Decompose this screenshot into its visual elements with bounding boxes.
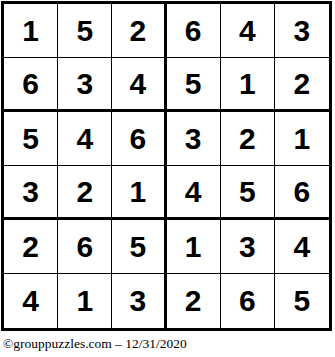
cell-r1c1: 1: [4, 4, 58, 58]
cell-r3c6: 1: [275, 112, 329, 166]
cell-r1c3: 2: [112, 4, 166, 58]
sudoku-board: 152643634512546321321456265134413265: [1, 1, 332, 331]
puzzle-page: 152643634512546321321456265134413265 ©gr…: [0, 0, 335, 357]
cell-r4c3: 1: [112, 166, 166, 220]
cell-r5c6: 4: [275, 220, 329, 274]
cell-r6c5: 6: [221, 274, 275, 328]
cell-r6c1: 4: [4, 274, 58, 328]
cell-r4c2: 2: [58, 166, 112, 220]
cell-r5c4: 1: [167, 220, 221, 274]
cell-r1c5: 4: [221, 4, 275, 58]
cell-r3c1: 5: [4, 112, 58, 166]
cell-r2c2: 3: [58, 58, 112, 112]
cell-r1c6: 3: [275, 4, 329, 58]
cell-r4c5: 5: [221, 166, 275, 220]
cell-r3c3: 6: [112, 112, 166, 166]
cell-r2c6: 2: [275, 58, 329, 112]
cell-r1c4: 6: [167, 4, 221, 58]
cell-r5c3: 5: [112, 220, 166, 274]
cell-r6c2: 1: [58, 274, 112, 328]
cell-r3c5: 2: [221, 112, 275, 166]
cell-r6c6: 5: [275, 274, 329, 328]
cell-r4c1: 3: [4, 166, 58, 220]
cell-r5c2: 6: [58, 220, 112, 274]
cell-r6c3: 3: [112, 274, 166, 328]
cell-r5c5: 3: [221, 220, 275, 274]
cell-r2c1: 6: [4, 58, 58, 112]
cell-r6c4: 2: [167, 274, 221, 328]
cell-r5c1: 2: [4, 220, 58, 274]
cell-r4c6: 6: [275, 166, 329, 220]
cell-r2c5: 1: [221, 58, 275, 112]
cell-r3c2: 4: [58, 112, 112, 166]
cell-r1c2: 5: [58, 4, 112, 58]
cell-r4c4: 4: [167, 166, 221, 220]
cell-r2c4: 5: [167, 58, 221, 112]
cell-r2c3: 4: [112, 58, 166, 112]
cell-r3c4: 3: [167, 112, 221, 166]
copyright-footer: ©grouppuzzles.com – 12/31/2020: [3, 336, 335, 352]
